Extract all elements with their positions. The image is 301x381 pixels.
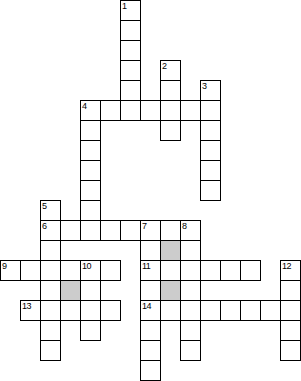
cell-r6-c8[interactable]	[160, 120, 181, 141]
cell-r15-c2[interactable]	[40, 300, 61, 321]
cell-r13-c2[interactable]	[40, 260, 61, 281]
cell-r11-c2[interactable]: 6	[40, 220, 61, 241]
cell-r17-c14[interactable]	[280, 340, 301, 361]
cell-r13-c14[interactable]: 12	[280, 260, 301, 281]
cell-r14-c3-shaded[interactable]	[60, 280, 81, 301]
clue-number-12: 12	[282, 261, 291, 271]
clue-number-5: 5	[42, 201, 47, 211]
cell-r13-c9[interactable]	[180, 260, 201, 281]
cell-r1-c6[interactable]	[120, 20, 141, 41]
clue-number-2: 2	[162, 61, 167, 71]
cell-r11-c3[interactable]	[60, 220, 81, 241]
cell-r14-c2[interactable]	[40, 280, 61, 301]
cell-r15-c9[interactable]	[180, 300, 201, 321]
cell-r14-c7[interactable]	[140, 280, 161, 301]
cell-r16-c4[interactable]	[80, 320, 101, 341]
cell-r9-c4[interactable]	[80, 180, 101, 201]
cell-r12-c7[interactable]	[140, 240, 161, 261]
cell-r15-c12[interactable]	[240, 300, 261, 321]
cell-r5-c10[interactable]	[200, 100, 221, 121]
cell-r3-c6[interactable]	[120, 60, 141, 81]
cell-r4-c10[interactable]: 3	[200, 80, 221, 101]
cell-r14-c4[interactable]	[80, 280, 101, 301]
cell-r2-c6[interactable]	[120, 40, 141, 61]
cell-r13-c0[interactable]: 9	[0, 260, 21, 281]
clue-number-1: 1	[122, 1, 127, 11]
cell-r4-c6[interactable]	[120, 80, 141, 101]
cell-r8-c10[interactable]	[200, 160, 221, 181]
cell-r15-c10[interactable]	[200, 300, 221, 321]
clue-number-7: 7	[142, 221, 147, 231]
cell-r15-c8[interactable]	[160, 300, 181, 321]
cell-r13-c7[interactable]: 11	[140, 260, 161, 281]
cell-r16-c2[interactable]	[40, 320, 61, 341]
cell-r3-c8[interactable]: 2	[160, 60, 181, 81]
cell-r15-c1[interactable]: 13	[20, 300, 41, 321]
cell-r17-c9[interactable]	[180, 340, 201, 361]
cell-r15-c5[interactable]	[100, 300, 121, 321]
cell-r13-c8[interactable]	[160, 260, 181, 281]
cell-r13-c1[interactable]	[20, 260, 41, 281]
clue-number-14: 14	[142, 301, 151, 311]
cell-r14-c14[interactable]	[280, 280, 301, 301]
cell-r7-c4[interactable]	[80, 140, 101, 161]
cell-r14-c8-shaded[interactable]	[160, 280, 181, 301]
cell-r17-c7[interactable]	[140, 340, 161, 361]
cell-r11-c8[interactable]	[160, 220, 181, 241]
cell-r13-c4[interactable]: 10	[80, 260, 101, 281]
cell-r5-c6[interactable]	[120, 100, 141, 121]
cell-r15-c3[interactable]	[60, 300, 81, 321]
cell-r5-c4[interactable]: 4	[80, 100, 101, 121]
cell-r13-c10[interactable]	[200, 260, 221, 281]
clue-number-4: 4	[82, 101, 87, 111]
clue-number-10: 10	[82, 261, 91, 271]
cell-r5-c5[interactable]	[100, 100, 121, 121]
clue-number-3: 3	[202, 81, 207, 91]
crossword-grid: 1234567891011121314	[0, 0, 301, 381]
cell-r6-c10[interactable]	[200, 120, 221, 141]
cell-r10-c4[interactable]	[80, 200, 101, 221]
cell-r12-c2[interactable]	[40, 240, 61, 261]
cell-r6-c4[interactable]	[80, 120, 101, 141]
cell-r14-c9[interactable]	[180, 280, 201, 301]
cell-r15-c14[interactable]	[280, 300, 301, 321]
crossword-page: 1234567891011121314	[0, 0, 301, 381]
clue-number-9: 9	[2, 261, 7, 271]
cell-r5-c9[interactable]	[180, 100, 201, 121]
cell-r10-c2[interactable]: 5	[40, 200, 61, 221]
cell-r11-c7[interactable]: 7	[140, 220, 161, 241]
cell-r13-c12[interactable]	[240, 260, 261, 281]
cell-r7-c10[interactable]	[200, 140, 221, 161]
clue-number-6: 6	[42, 221, 47, 231]
cell-r0-c6[interactable]: 1	[120, 0, 141, 21]
cell-r15-c4[interactable]	[80, 300, 101, 321]
cell-r15-c13[interactable]	[260, 300, 281, 321]
cell-r11-c5[interactable]	[100, 220, 121, 241]
cell-r8-c4[interactable]	[80, 160, 101, 181]
cell-r5-c8[interactable]	[160, 100, 181, 121]
cell-r11-c9[interactable]: 8	[180, 220, 201, 241]
cell-r4-c8[interactable]	[160, 80, 181, 101]
cell-r18-c7[interactable]	[140, 360, 161, 381]
cell-r17-c2[interactable]	[40, 340, 61, 361]
cell-r12-c9[interactable]	[180, 240, 201, 261]
cell-r16-c9[interactable]	[180, 320, 201, 341]
clue-number-13: 13	[22, 301, 31, 311]
cell-r15-c7[interactable]: 14	[140, 300, 161, 321]
clue-number-11: 11	[142, 261, 150, 271]
cell-r15-c11[interactable]	[220, 300, 241, 321]
cell-r12-c8-shaded[interactable]	[160, 240, 181, 261]
cell-r9-c10[interactable]	[200, 180, 221, 201]
cell-r5-c7[interactable]	[140, 100, 161, 121]
cell-r13-c11[interactable]	[220, 260, 241, 281]
cell-r16-c7[interactable]	[140, 320, 161, 341]
cell-r11-c4[interactable]	[80, 220, 101, 241]
cell-r13-c5[interactable]	[100, 260, 121, 281]
cell-r11-c6[interactable]	[120, 220, 141, 241]
cell-r16-c14[interactable]	[280, 320, 301, 341]
clue-number-8: 8	[182, 221, 187, 231]
cell-r13-c3[interactable]	[60, 260, 81, 281]
